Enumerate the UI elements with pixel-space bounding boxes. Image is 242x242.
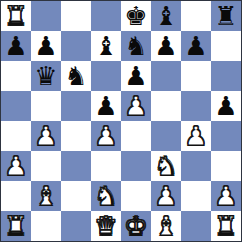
square-d6[interactable] (91, 61, 121, 91)
square-b3[interactable] (31, 151, 61, 181)
piece-wP-d4: ♟ (94, 121, 117, 151)
square-d5[interactable]: ♟ (91, 91, 121, 121)
piece-bK-e8: ♚ (124, 1, 147, 31)
square-a8[interactable]: ♜ (1, 1, 31, 31)
square-h3[interactable] (211, 151, 241, 181)
piece-wP-a3: ♟ (4, 151, 27, 181)
square-a4[interactable] (1, 121, 31, 151)
square-c2[interactable] (61, 181, 91, 211)
piece-wQ-d1: ♛ (94, 211, 117, 241)
square-g5[interactable] (181, 91, 211, 121)
square-g8[interactable] (181, 1, 211, 31)
piece-wN-f3: ♞ (154, 151, 177, 181)
piece-wP-h2: ♟ (214, 181, 237, 211)
square-a7[interactable]: ♟ (1, 31, 31, 61)
square-a2[interactable] (1, 181, 31, 211)
square-c5[interactable] (61, 91, 91, 121)
piece-bP-d5: ♟ (94, 91, 117, 121)
square-g2[interactable] (181, 181, 211, 211)
piece-bB-d7: ♝ (94, 31, 117, 61)
square-a5[interactable] (1, 91, 31, 121)
piece-bB-f8: ♝ (154, 1, 177, 31)
square-f3[interactable]: ♞ (151, 151, 181, 181)
square-a6[interactable] (1, 61, 31, 91)
piece-bN-e7: ♞ (124, 31, 147, 61)
square-g4[interactable]: ♟ (181, 121, 211, 151)
square-b5[interactable] (31, 91, 61, 121)
square-h4[interactable] (211, 121, 241, 151)
square-g3[interactable] (181, 151, 211, 181)
piece-wP-b4: ♟ (34, 121, 57, 151)
piece-bP-g7: ♟ (184, 31, 207, 61)
square-f2[interactable]: ♟ (151, 181, 181, 211)
square-h6[interactable] (211, 61, 241, 91)
square-d4[interactable]: ♟ (91, 121, 121, 151)
square-e2[interactable] (121, 181, 151, 211)
square-d7[interactable]: ♝ (91, 31, 121, 61)
square-a1[interactable]: ♜ (1, 211, 31, 241)
square-e5[interactable]: ♟ (121, 91, 151, 121)
square-h1[interactable]: ♜ (211, 211, 241, 241)
piece-bR-h8: ♜ (214, 1, 237, 31)
square-e8[interactable]: ♚ (121, 1, 151, 31)
piece-bQ-b6: ♛ (34, 61, 57, 91)
square-f1[interactable]: ♝ (151, 211, 181, 241)
piece-wP-f2: ♟ (154, 181, 177, 211)
square-d1[interactable]: ♛ (91, 211, 121, 241)
square-f8[interactable]: ♝ (151, 1, 181, 31)
piece-wN-d2: ♞ (94, 181, 117, 211)
piece-wB-b2: ♝ (34, 181, 57, 211)
square-d3[interactable] (91, 151, 121, 181)
square-e1[interactable]: ♚ (121, 211, 151, 241)
square-a3[interactable]: ♟ (1, 151, 31, 181)
square-h8[interactable]: ♜ (211, 1, 241, 31)
piece-wP-e5: ♟ (124, 91, 147, 121)
square-g1[interactable] (181, 211, 211, 241)
square-b6[interactable]: ♛ (31, 61, 61, 91)
square-f7[interactable]: ♟ (151, 31, 181, 61)
square-g7[interactable]: ♟ (181, 31, 211, 61)
square-e3[interactable] (121, 151, 151, 181)
chess-board-wrap: ♜♚♝♜♟♟♝♞♟♟♛♞♟♟♟♟♟♟♟♟♞♝♞♟♟♜♛♚♝♜ (0, 0, 242, 242)
square-d2[interactable]: ♞ (91, 181, 121, 211)
piece-bP-h5: ♟ (214, 91, 237, 121)
square-b7[interactable]: ♟ (31, 31, 61, 61)
square-c7[interactable] (61, 31, 91, 61)
piece-bP-e6: ♟ (124, 61, 147, 91)
square-h5[interactable]: ♟ (211, 91, 241, 121)
piece-wR-a1: ♜ (4, 211, 27, 241)
chess-board: ♜♚♝♜♟♟♝♞♟♟♛♞♟♟♟♟♟♟♟♟♞♝♞♟♟♜♛♚♝♜ (0, 0, 242, 242)
piece-bP-b7: ♟ (34, 31, 57, 61)
piece-wR-h1: ♜ (214, 211, 237, 241)
square-f5[interactable] (151, 91, 181, 121)
square-e6[interactable]: ♟ (121, 61, 151, 91)
square-b1[interactable] (31, 211, 61, 241)
square-b8[interactable] (31, 1, 61, 31)
piece-bP-a7: ♟ (4, 31, 27, 61)
square-f4[interactable] (151, 121, 181, 151)
square-g6[interactable] (181, 61, 211, 91)
piece-bN-c6: ♞ (64, 61, 87, 91)
square-c1[interactable] (61, 211, 91, 241)
square-c8[interactable] (61, 1, 91, 31)
piece-wP-g4: ♟ (184, 121, 207, 151)
square-e7[interactable]: ♞ (121, 31, 151, 61)
square-b2[interactable]: ♝ (31, 181, 61, 211)
square-d8[interactable] (91, 1, 121, 31)
square-b4[interactable]: ♟ (31, 121, 61, 151)
square-f6[interactable] (151, 61, 181, 91)
piece-wR-a8: ♜ (4, 1, 27, 31)
square-e4[interactable] (121, 121, 151, 151)
piece-bP-f7: ♟ (154, 31, 177, 61)
square-h2[interactable]: ♟ (211, 181, 241, 211)
square-c6[interactable]: ♞ (61, 61, 91, 91)
piece-wB-f1: ♝ (154, 211, 177, 241)
square-h7[interactable] (211, 31, 241, 61)
square-c3[interactable] (61, 151, 91, 181)
piece-wK-e1: ♚ (124, 211, 147, 241)
square-c4[interactable] (61, 121, 91, 151)
